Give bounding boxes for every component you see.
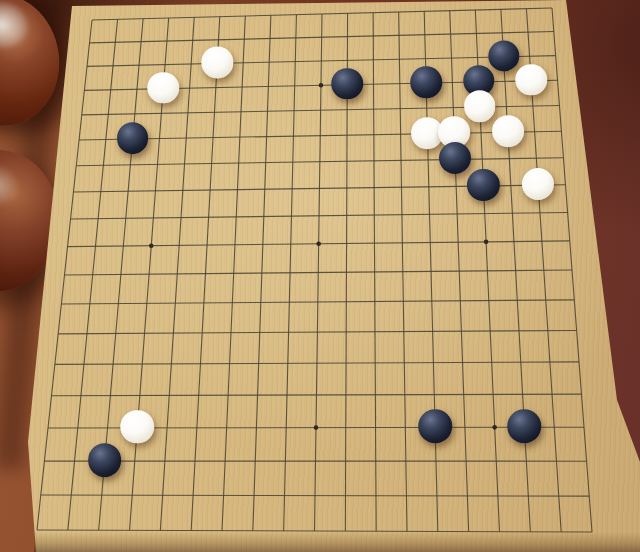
- board-grid-lines: [0, 0, 640, 552]
- board-front-edge-shadow: [34, 532, 640, 552]
- go-board-photo: [0, 0, 640, 552]
